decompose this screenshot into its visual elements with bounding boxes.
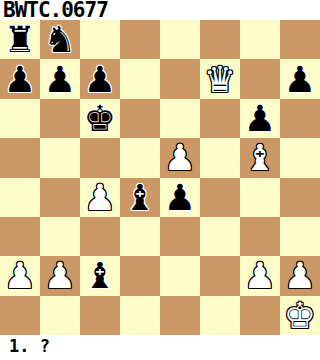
puzzle-title: BWTC.0677 [0, 0, 320, 20]
square-e2[interactable] [160, 256, 200, 295]
square-b8[interactable]: ♞ [40, 20, 80, 59]
piece-white-pawn: ♟ [244, 256, 276, 295]
move-prompt: 1. ? [0, 335, 320, 360]
piece-white-pawn: ♟ [284, 256, 316, 295]
square-f4[interactable] [200, 178, 240, 217]
square-e7[interactable] [160, 59, 200, 98]
square-e4[interactable]: ♟ [160, 178, 200, 217]
square-h6[interactable] [280, 99, 320, 138]
square-d1[interactable] [120, 296, 160, 335]
square-c6[interactable]: ♚ [80, 99, 120, 138]
square-g1[interactable] [240, 296, 280, 335]
square-f1[interactable] [200, 296, 240, 335]
piece-black-king: ♚ [84, 99, 116, 138]
square-h1[interactable]: ♚ [280, 296, 320, 335]
square-d4[interactable]: ♝ [120, 178, 160, 217]
square-c5[interactable] [80, 138, 120, 177]
square-f7[interactable]: ♛ [200, 59, 240, 98]
piece-white-pawn: ♟ [4, 256, 36, 295]
square-d5[interactable] [120, 138, 160, 177]
square-d6[interactable] [120, 99, 160, 138]
square-h8[interactable] [280, 20, 320, 59]
square-d2[interactable] [120, 256, 160, 295]
square-h3[interactable] [280, 217, 320, 256]
square-c4[interactable]: ♟ [80, 178, 120, 217]
piece-black-rook: ♜ [4, 20, 36, 59]
square-c2[interactable]: ♝ [80, 256, 120, 295]
square-a3[interactable] [0, 217, 40, 256]
square-g3[interactable] [240, 217, 280, 256]
square-b5[interactable] [40, 138, 80, 177]
square-d3[interactable] [120, 217, 160, 256]
square-f2[interactable] [200, 256, 240, 295]
piece-black-bishop: ♝ [124, 178, 156, 217]
piece-white-pawn: ♟ [164, 138, 196, 177]
square-a1[interactable] [0, 296, 40, 335]
square-g4[interactable] [240, 178, 280, 217]
square-a8[interactable]: ♜ [0, 20, 40, 59]
square-b6[interactable] [40, 99, 80, 138]
square-a5[interactable] [0, 138, 40, 177]
square-a6[interactable] [0, 99, 40, 138]
chess-board: ♜♞♟♟♟♛♟♚♟♟♝♟♝♟♟♟♝♟♟♚ [0, 20, 320, 335]
square-g6[interactable]: ♟ [240, 99, 280, 138]
square-c8[interactable] [80, 20, 120, 59]
piece-black-pawn: ♟ [84, 60, 116, 99]
square-f6[interactable] [200, 99, 240, 138]
square-e6[interactable] [160, 99, 200, 138]
square-c1[interactable] [80, 296, 120, 335]
square-e8[interactable] [160, 20, 200, 59]
square-f5[interactable] [200, 138, 240, 177]
piece-black-knight: ♞ [44, 20, 76, 59]
square-h2[interactable]: ♟ [280, 256, 320, 295]
square-d7[interactable] [120, 59, 160, 98]
piece-black-pawn: ♟ [4, 60, 36, 99]
square-f8[interactable] [200, 20, 240, 59]
square-h5[interactable] [280, 138, 320, 177]
square-g8[interactable] [240, 20, 280, 59]
square-h7[interactable]: ♟ [280, 59, 320, 98]
square-h4[interactable] [280, 178, 320, 217]
piece-white-bishop: ♝ [244, 138, 276, 177]
piece-white-pawn: ♟ [84, 178, 116, 217]
square-f3[interactable] [200, 217, 240, 256]
piece-white-pawn: ♟ [44, 256, 76, 295]
square-b7[interactable]: ♟ [40, 59, 80, 98]
piece-black-pawn: ♟ [244, 99, 276, 138]
square-e1[interactable] [160, 296, 200, 335]
square-g5[interactable]: ♝ [240, 138, 280, 177]
piece-black-pawn: ♟ [284, 60, 316, 99]
square-b3[interactable] [40, 217, 80, 256]
square-a7[interactable]: ♟ [0, 59, 40, 98]
square-d8[interactable] [120, 20, 160, 59]
square-g2[interactable]: ♟ [240, 256, 280, 295]
square-b4[interactable] [40, 178, 80, 217]
piece-white-queen: ♛ [204, 60, 236, 99]
square-b2[interactable]: ♟ [40, 256, 80, 295]
piece-black-bishop: ♝ [84, 256, 116, 295]
square-b1[interactable] [40, 296, 80, 335]
square-a4[interactable] [0, 178, 40, 217]
piece-black-pawn: ♟ [44, 60, 76, 99]
square-e3[interactable] [160, 217, 200, 256]
piece-black-pawn: ♟ [164, 178, 196, 217]
square-e5[interactable]: ♟ [160, 138, 200, 177]
square-a2[interactable]: ♟ [0, 256, 40, 295]
square-c7[interactable]: ♟ [80, 59, 120, 98]
piece-white-king: ♚ [284, 296, 316, 335]
square-g7[interactable] [240, 59, 280, 98]
chess-puzzle-app: BWTC.0677 ♜♞♟♟♟♛♟♚♟♟♝♟♝♟♟♟♝♟♟♚ 1. ? [0, 0, 320, 360]
square-c3[interactable] [80, 217, 120, 256]
